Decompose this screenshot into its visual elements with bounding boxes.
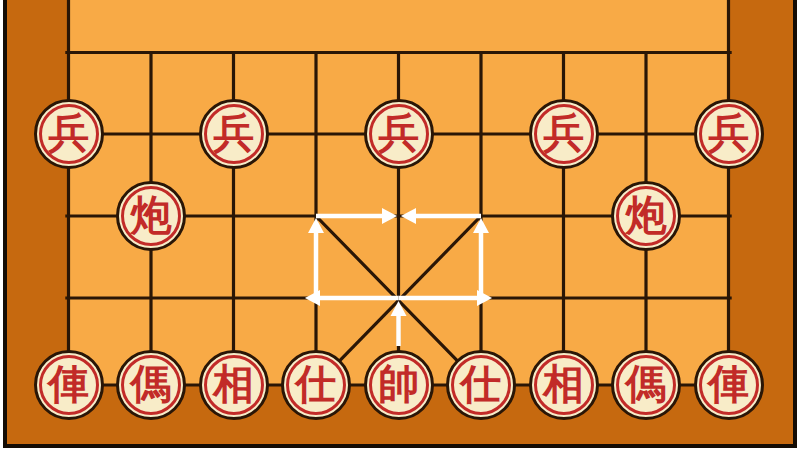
piece-glyph: 兵 [543, 113, 584, 154]
piece-glyph: 兵 [378, 113, 419, 154]
piece-red-general[interactable]: 帥 [364, 350, 434, 420]
piece-red-chariot[interactable]: 俥 [34, 350, 104, 420]
piece-red-horse[interactable]: 傌 [116, 350, 186, 420]
piece-glyph: 相 [213, 364, 254, 405]
piece-red-soldier[interactable]: 兵 [364, 99, 434, 169]
piece-glyph: 炮 [626, 195, 667, 236]
piece-glyph: 俥 [48, 364, 89, 405]
piece-red-soldier[interactable]: 兵 [34, 99, 104, 169]
piece-glyph: 傌 [131, 364, 172, 405]
piece-red-soldier[interactable]: 兵 [199, 99, 269, 169]
piece-red-elephant[interactable]: 相 [199, 350, 269, 420]
piece-glyph: 炮 [131, 195, 172, 236]
piece-glyph: 相 [543, 364, 584, 405]
piece-red-advisor[interactable]: 仕 [281, 350, 351, 420]
piece-glyph: 仕 [461, 364, 502, 405]
piece-red-advisor[interactable]: 仕 [446, 350, 516, 420]
piece-red-cannon[interactable]: 炮 [611, 181, 681, 251]
piece-red-cannon[interactable]: 炮 [116, 181, 186, 251]
piece-red-soldier[interactable]: 兵 [529, 99, 599, 169]
xiangqi-board[interactable]: 兵兵兵兵兵炮炮俥傌相仕帥仕相傌俥 [0, 0, 800, 450]
piece-red-chariot[interactable]: 俥 [694, 350, 764, 420]
piece-glyph: 仕 [296, 364, 337, 405]
piece-glyph: 俥 [708, 364, 749, 405]
piece-glyph: 兵 [708, 113, 749, 154]
piece-red-horse[interactable]: 傌 [611, 350, 681, 420]
piece-glyph: 兵 [48, 113, 89, 154]
piece-red-elephant[interactable]: 相 [529, 350, 599, 420]
piece-red-soldier[interactable]: 兵 [694, 99, 764, 169]
piece-glyph: 傌 [626, 364, 667, 405]
piece-glyph: 兵 [213, 113, 254, 154]
piece-glyph: 帥 [378, 364, 419, 405]
